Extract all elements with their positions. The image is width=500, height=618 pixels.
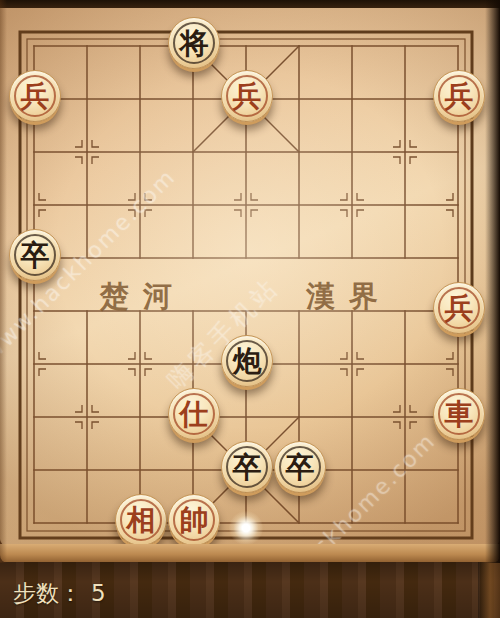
- piece-character: 炮: [222, 336, 272, 386]
- piece-character: 兵: [10, 71, 60, 121]
- steps-value: 5: [91, 580, 106, 606]
- river-label-han-border: 漢界: [306, 276, 392, 316]
- piece-character: 兵: [434, 71, 484, 121]
- steps-label: 步数：: [13, 580, 82, 606]
- piece-red-soldier[interactable]: 兵: [433, 282, 485, 334]
- board-bottom-edge: [0, 544, 500, 563]
- piece-character: 仕: [169, 389, 219, 439]
- left-edge-shade: [0, 0, 7, 563]
- piece-red-soldier[interactable]: 兵: [9, 70, 61, 122]
- piece-red-soldier[interactable]: 兵: [221, 70, 273, 122]
- piece-character: 帥: [169, 495, 219, 545]
- piece-black-soldier[interactable]: 卒: [9, 229, 61, 281]
- piece-character: 将: [169, 18, 219, 68]
- piece-black-cannon[interactable]: 炮: [221, 335, 273, 387]
- piece-red-advisor[interactable]: 仕: [168, 388, 220, 440]
- piece-character: 車: [434, 389, 484, 439]
- piece-red-chariot[interactable]: 車: [433, 388, 485, 440]
- piece-character: 卒: [275, 442, 325, 492]
- piece-red-elephant[interactable]: 相: [115, 494, 167, 546]
- xiangqi-board[interactable]: 楚河 漢界 将兵兵兵卒兵炮仕車卒卒相帥 www.hackhome.com嗨客手机…: [0, 8, 500, 545]
- piece-character: 相: [116, 495, 166, 545]
- piece-black-general[interactable]: 将: [168, 17, 220, 69]
- piece-black-soldier[interactable]: 卒: [221, 441, 273, 493]
- piece-red-soldier[interactable]: 兵: [433, 70, 485, 122]
- table-leg-highlight: [478, 562, 500, 618]
- right-edge-shade: [485, 0, 500, 563]
- piece-character: 兵: [222, 71, 272, 121]
- piece-black-soldier[interactable]: 卒: [274, 441, 326, 493]
- piece-character: 兵: [434, 283, 484, 333]
- xiangqi-game-screen: 楚河 漢界 将兵兵兵卒兵炮仕車卒卒相帥 www.hackhome.com嗨客手机…: [0, 0, 500, 618]
- piece-red-general[interactable]: 帥: [168, 494, 220, 546]
- river-label-chu-river: 楚河: [100, 276, 186, 316]
- piece-character: 卒: [10, 230, 60, 280]
- step-counter: 步数：5: [13, 578, 106, 609]
- piece-character: 卒: [222, 442, 272, 492]
